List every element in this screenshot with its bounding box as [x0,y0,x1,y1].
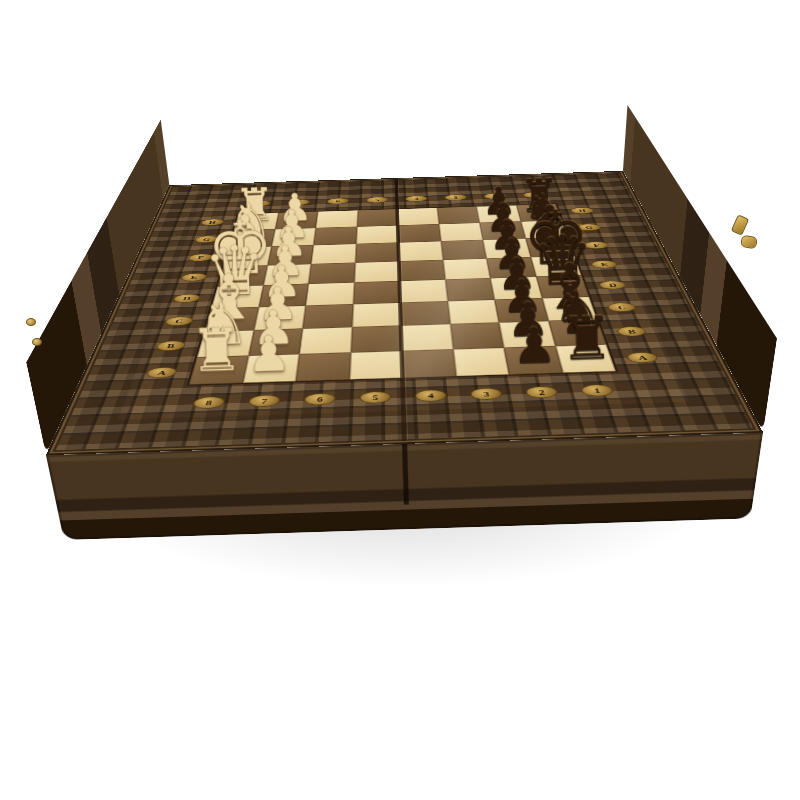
square-c5 [400,301,450,326]
square-a8: ♜ [555,344,616,373]
square-e4 [354,261,399,282]
rank-plaque-1: 1 [580,384,615,397]
rank-plaque-5: 5 [359,391,391,404]
square-a6 [453,347,509,376]
square-h4 [357,209,398,226]
rank-plaque-3: 3 [470,388,503,401]
square-h6 [437,207,480,224]
square-f3 [311,244,356,264]
piece-white-pawn: ♟ [246,330,291,378]
brass-pin-icon [32,338,42,346]
chess-board: ♜♟♟♜♞♟♟♞♝♟♟♝♚♟♟♚♛♟♟♛♝♟♟♝♞♟♟♞♜♟♟♜ HGFEDCB… [46,171,763,455]
square-f5 [398,241,442,261]
square-d6 [445,278,495,301]
brass-pin-icon [26,318,36,326]
square-a7: ♟ [504,346,563,375]
piece-white-rook: ♜ [189,323,243,380]
square-h3 [316,210,358,228]
square-a1: ♜ [189,355,248,384]
square-b4 [350,326,401,353]
square-a5 [402,349,456,378]
rank-plaque-4: 4 [415,389,447,402]
rank-plaque-5: 5 [366,197,388,204]
square-f4 [355,243,399,263]
file-plaque-B: B [615,326,648,337]
product-photo-page: { "game": "chess", "scene": "overhead pr… [0,0,800,800]
rank-plaque-6: 6 [326,198,349,205]
square-a2: ♟ [242,354,299,383]
square-d5 [399,280,447,303]
file-plaque-A: A [625,352,659,364]
piece-black-rook: ♜ [560,311,614,368]
board-near-side [46,433,763,540]
square-f6 [441,240,487,260]
square-g5 [398,224,441,243]
square-b5 [401,324,453,351]
square-d3 [306,282,354,305]
square-g4 [356,225,398,244]
square-b3 [299,327,351,354]
square-c3 [303,304,353,329]
rank-plaque-7: 7 [248,394,281,407]
board-left-side [26,120,169,456]
square-a4 [349,351,402,380]
file-plaque-A: A [145,367,179,379]
rank-plaque-6: 6 [303,393,335,406]
square-d4 [353,281,400,304]
square-c4 [352,302,401,327]
file-plaque-B: B [155,340,187,351]
board-right-side [623,105,777,433]
rank-plaque-8: 8 [192,396,226,409]
square-g6 [439,223,483,242]
square-e3 [308,262,354,283]
square-g3 [313,227,356,246]
piece-black-pawn: ♟ [511,322,556,370]
rank-plaque-3: 3 [444,194,467,201]
square-c6 [447,299,499,324]
square-b6 [450,323,504,350]
rank-plaque-4: 4 [405,195,428,202]
square-h5 [397,208,438,225]
photo-stage: ♜♟♟♜♞♟♟♞♝♟♟♝♚♟♟♚♛♟♟♛♝♟♟♝♞♟♟♞♜♟♟♜ HGFEDCB… [0,0,800,800]
square-a3 [296,352,351,381]
square-e6 [443,258,491,279]
rank-plaque-2: 2 [525,386,559,399]
square-e5 [399,260,445,281]
